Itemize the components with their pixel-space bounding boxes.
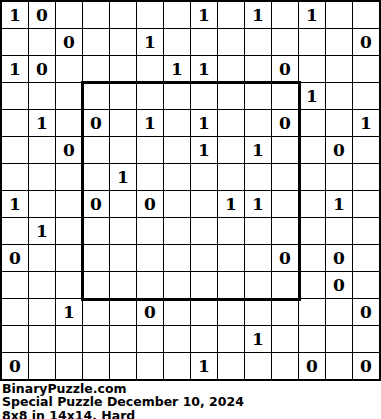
cell-r13c12[interactable] [299, 326, 325, 352]
cell-r2c13[interactable] [326, 29, 352, 55]
cell-r13c2[interactable] [29, 326, 55, 352]
cell-r5c3[interactable] [56, 110, 82, 136]
cell-r4c2[interactable] [29, 83, 55, 109]
cell-r3c2: 0 [29, 56, 55, 82]
cell-r11c3[interactable] [56, 272, 82, 298]
caption: BinaryPuzzle.com Special Puzzle December… [0, 381, 381, 419]
cell-r6c14[interactable] [353, 137, 379, 163]
cell-r11c4[interactable] [83, 272, 109, 298]
cell-r11c10[interactable] [245, 272, 271, 298]
cell-r8c6: 0 [137, 191, 163, 217]
cell-r1c9[interactable] [218, 2, 244, 28]
cell-r13c9[interactable] [218, 326, 244, 352]
cell-r10c7[interactable] [164, 245, 190, 271]
cell-r7c6[interactable] [137, 164, 163, 190]
cell-r4c6[interactable] [137, 83, 163, 109]
cell-r13c6[interactable] [137, 326, 163, 352]
cell-r2c3: 0 [56, 29, 82, 55]
cell-r1c4[interactable] [83, 2, 109, 28]
cell-r6c13: 0 [326, 137, 352, 163]
cell-r2c4[interactable] [83, 29, 109, 55]
cell-r13c4[interactable] [83, 326, 109, 352]
cell-r12c12[interactable] [299, 299, 325, 325]
cell-r8c14[interactable] [353, 191, 379, 217]
puzzle-grid: 1011101010110110110101101100111100001001… [0, 0, 381, 381]
cell-r8c3[interactable] [56, 191, 82, 217]
cell-r14c3[interactable] [56, 353, 82, 379]
cell-r4c11[interactable] [272, 83, 298, 109]
cell-r14c13[interactable] [326, 353, 352, 379]
cell-r10c6[interactable] [137, 245, 163, 271]
cell-r10c10[interactable] [245, 245, 271, 271]
cell-r8c12[interactable] [299, 191, 325, 217]
cell-r13c13[interactable] [326, 326, 352, 352]
cell-r14c8: 1 [191, 353, 217, 379]
cell-r7c10[interactable] [245, 164, 271, 190]
site-name: BinaryPuzzle.com [2, 382, 381, 395]
cell-r10c5[interactable] [110, 245, 136, 271]
cell-r10c4[interactable] [83, 245, 109, 271]
cell-r5c2: 1 [29, 110, 55, 136]
cell-r9c7[interactable] [164, 218, 190, 244]
cell-r10c11: 0 [272, 245, 298, 271]
cell-r4c8[interactable] [191, 83, 217, 109]
cell-r12c13[interactable] [326, 299, 352, 325]
cell-r14c4[interactable] [83, 353, 109, 379]
cell-r12c8[interactable] [191, 299, 217, 325]
cell-r9c6[interactable] [137, 218, 163, 244]
cell-r1c13[interactable] [326, 2, 352, 28]
cell-r3c9[interactable] [218, 56, 244, 82]
cell-r13c5[interactable] [110, 326, 136, 352]
cell-r7c8[interactable] [191, 164, 217, 190]
cell-r10c14[interactable] [353, 245, 379, 271]
cell-r4c10[interactable] [245, 83, 271, 109]
cell-r11c2[interactable] [29, 272, 55, 298]
cell-r6c4[interactable] [83, 137, 109, 163]
cell-r9c4[interactable] [83, 218, 109, 244]
cell-r9c5[interactable] [110, 218, 136, 244]
cell-r3c13[interactable] [326, 56, 352, 82]
cell-r6c10: 1 [245, 137, 271, 163]
cell-r4c5[interactable] [110, 83, 136, 109]
cell-r12c4[interactable] [83, 299, 109, 325]
cell-r3c4[interactable] [83, 56, 109, 82]
cell-r1c3[interactable] [56, 2, 82, 28]
cell-r2c8[interactable] [191, 29, 217, 55]
cell-r8c4: 0 [83, 191, 109, 217]
cell-r10c3[interactable] [56, 245, 82, 271]
cell-r4c3[interactable] [56, 83, 82, 109]
cell-r7c1[interactable] [2, 164, 28, 190]
cell-r5c12[interactable] [299, 110, 325, 136]
cell-r7c9[interactable] [218, 164, 244, 190]
cell-r11c6[interactable] [137, 272, 163, 298]
cell-r2c10[interactable] [245, 29, 271, 55]
cell-r1c12: 1 [299, 2, 325, 28]
cell-r1c11[interactable] [272, 2, 298, 28]
cell-r6c6[interactable] [137, 137, 163, 163]
cell-r3c3[interactable] [56, 56, 82, 82]
cell-r9c12[interactable] [299, 218, 325, 244]
cell-r8c9: 1 [218, 191, 244, 217]
cell-r10c9[interactable] [218, 245, 244, 271]
cell-r7c7[interactable] [164, 164, 190, 190]
cell-r13c3[interactable] [56, 326, 82, 352]
cell-r1c7[interactable] [164, 2, 190, 28]
cell-r10c12[interactable] [299, 245, 325, 271]
cell-r13c14[interactable] [353, 326, 379, 352]
cell-r5c1[interactable] [2, 110, 28, 136]
cell-r13c8[interactable] [191, 326, 217, 352]
cell-r3c11: 0 [272, 56, 298, 82]
cell-r3c5[interactable] [110, 56, 136, 82]
cell-r12c10[interactable] [245, 299, 271, 325]
cell-r12c7[interactable] [164, 299, 190, 325]
cell-r1c6[interactable] [137, 2, 163, 28]
cell-r2c5[interactable] [110, 29, 136, 55]
cell-r14c12: 0 [299, 353, 325, 379]
cell-r12c1[interactable] [2, 299, 28, 325]
binary-puzzle-page: 1011101010110110110101101100111100001001… [0, 0, 381, 419]
cell-r11c1[interactable] [2, 272, 28, 298]
cell-r8c13: 1 [326, 191, 352, 217]
cell-r6c7[interactable] [164, 137, 190, 163]
cell-r2c1[interactable] [2, 29, 28, 55]
cell-r9c8[interactable] [191, 218, 217, 244]
cell-r10c8[interactable] [191, 245, 217, 271]
cell-r3c8: 1 [191, 56, 217, 82]
cell-r11c7[interactable] [164, 272, 190, 298]
cell-r4c1[interactable] [2, 83, 28, 109]
cell-r5c10[interactable] [245, 110, 271, 136]
cell-r6c5[interactable] [110, 137, 136, 163]
cell-r4c4[interactable] [83, 83, 109, 109]
cell-r2c6: 1 [137, 29, 163, 55]
cell-r3c12[interactable] [299, 56, 325, 82]
cell-r8c11[interactable] [272, 191, 298, 217]
cell-r6c1[interactable] [2, 137, 28, 163]
cell-r4c7[interactable] [164, 83, 190, 109]
cell-r3c14[interactable] [353, 56, 379, 82]
cell-r1c10: 1 [245, 2, 271, 28]
cell-r9c2: 1 [29, 218, 55, 244]
cell-r13c10: 1 [245, 326, 271, 352]
cell-r6c12[interactable] [299, 137, 325, 163]
cell-r6c9[interactable] [218, 137, 244, 163]
cell-r5c9[interactable] [218, 110, 244, 136]
cell-r14c2[interactable] [29, 353, 55, 379]
cell-r1c2: 0 [29, 2, 55, 28]
cell-r9c9[interactable] [218, 218, 244, 244]
cell-r12c14: 0 [353, 299, 379, 325]
puzzle-title: Special Puzzle December 10, 2024 [2, 395, 381, 408]
cell-r11c14[interactable] [353, 272, 379, 298]
cell-r5c8: 1 [191, 110, 217, 136]
cell-r14c14: 0 [353, 353, 379, 379]
cell-r11c13: 0 [326, 272, 352, 298]
cell-r12c5[interactable] [110, 299, 136, 325]
cell-r9c13[interactable] [326, 218, 352, 244]
cell-r4c12: 1 [299, 83, 325, 109]
cell-r13c11[interactable] [272, 326, 298, 352]
cell-r1c8: 1 [191, 2, 217, 28]
cell-r11c11[interactable] [272, 272, 298, 298]
cell-r9c14[interactable] [353, 218, 379, 244]
cell-r14c10[interactable] [245, 353, 271, 379]
cell-r11c8[interactable] [191, 272, 217, 298]
cell-r2c7[interactable] [164, 29, 190, 55]
cell-r3c1: 1 [2, 56, 28, 82]
cell-r11c5[interactable] [110, 272, 136, 298]
cell-r9c3[interactable] [56, 218, 82, 244]
cell-r5c4: 0 [83, 110, 109, 136]
cell-r2c12[interactable] [299, 29, 325, 55]
cell-r6c11[interactable] [272, 137, 298, 163]
cell-r10c13: 0 [326, 245, 352, 271]
cell-r14c1: 0 [2, 353, 28, 379]
cell-r2c14: 0 [353, 29, 379, 55]
cell-r12c2[interactable] [29, 299, 55, 325]
cell-r5c13[interactable] [326, 110, 352, 136]
cell-r2c11[interactable] [272, 29, 298, 55]
cell-r10c2[interactable] [29, 245, 55, 271]
cell-r8c1: 1 [2, 191, 28, 217]
cell-r13c7[interactable] [164, 326, 190, 352]
cell-r7c11[interactable] [272, 164, 298, 190]
cell-r7c4[interactable] [83, 164, 109, 190]
cell-r8c7[interactable] [164, 191, 190, 217]
cell-r13c1[interactable] [2, 326, 28, 352]
cell-r3c6[interactable] [137, 56, 163, 82]
cell-r9c10[interactable] [245, 218, 271, 244]
cell-r10c1: 0 [2, 245, 28, 271]
cell-r4c14[interactable] [353, 83, 379, 109]
cell-r12c6: 0 [137, 299, 163, 325]
cell-r14c9[interactable] [218, 353, 244, 379]
cell-r3c10[interactable] [245, 56, 271, 82]
cell-r5c6: 1 [137, 110, 163, 136]
cell-r2c9[interactable] [218, 29, 244, 55]
cell-r11c12[interactable] [299, 272, 325, 298]
cell-r7c13[interactable] [326, 164, 352, 190]
cell-r6c8: 1 [191, 137, 217, 163]
cell-r14c6[interactable] [137, 353, 163, 379]
cell-r14c7[interactable] [164, 353, 190, 379]
cell-r2c2[interactable] [29, 29, 55, 55]
cell-r9c1[interactable] [2, 218, 28, 244]
cell-r7c5: 1 [110, 164, 136, 190]
cell-r7c12[interactable] [299, 164, 325, 190]
cell-r1c5[interactable] [110, 2, 136, 28]
cell-r12c3: 1 [56, 299, 82, 325]
cell-r4c13[interactable] [326, 83, 352, 109]
cell-r7c3[interactable] [56, 164, 82, 190]
cell-r14c11[interactable] [272, 353, 298, 379]
cell-r8c10: 1 [245, 191, 271, 217]
cell-r7c14[interactable] [353, 164, 379, 190]
cell-r1c14[interactable] [353, 2, 379, 28]
cell-r12c11[interactable] [272, 299, 298, 325]
cell-r8c8[interactable] [191, 191, 217, 217]
cell-r4c9[interactable] [218, 83, 244, 109]
cell-r9c11[interactable] [272, 218, 298, 244]
cell-r1c1: 1 [2, 2, 28, 28]
cell-r8c2[interactable] [29, 191, 55, 217]
puzzle-spec: 8x8 in 14x14, Hard [2, 409, 381, 419]
cell-r3c7: 1 [164, 56, 190, 82]
cell-r5c7[interactable] [164, 110, 190, 136]
cell-r5c11: 0 [272, 110, 298, 136]
cell-r5c14: 1 [353, 110, 379, 136]
cell-r5c5[interactable] [110, 110, 136, 136]
cell-r11c9[interactable] [218, 272, 244, 298]
cell-r8c5[interactable] [110, 191, 136, 217]
cell-r6c2[interactable] [29, 137, 55, 163]
cell-r12c9[interactable] [218, 299, 244, 325]
cell-r14c5[interactable] [110, 353, 136, 379]
cell-r7c2[interactable] [29, 164, 55, 190]
cell-r6c3: 0 [56, 137, 82, 163]
